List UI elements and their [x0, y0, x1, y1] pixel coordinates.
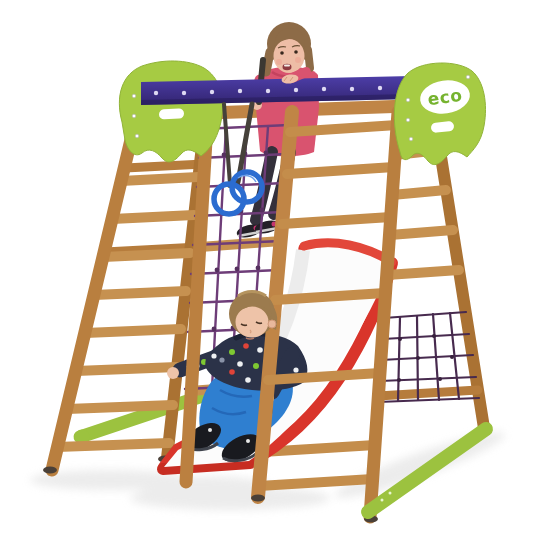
- net-frame-bar: [378, 390, 478, 396]
- jacket-pattern-dot: [253, 363, 259, 369]
- rivet: [322, 87, 326, 91]
- rivet: [154, 91, 158, 95]
- net-knot: [264, 151, 269, 156]
- ladder-rung: [57, 443, 169, 447]
- jacket-pattern-dot: [293, 367, 298, 372]
- boy-face: [236, 307, 269, 338]
- eco-badge: eco: [394, 63, 485, 165]
- screw: [406, 118, 410, 122]
- panel-handle-hole: [159, 108, 184, 119]
- net-knot: [450, 355, 454, 359]
- jacket-pattern-dot: [237, 361, 243, 367]
- ear: [268, 320, 276, 328]
- teeth: [284, 65, 290, 67]
- ladder-rung: [392, 190, 446, 195]
- girl-head: [266, 22, 311, 73]
- hair-lock: [266, 52, 270, 72]
- net-knot: [398, 337, 402, 341]
- net-rope: [384, 312, 466, 318]
- net-knot: [222, 153, 227, 158]
- net-knot: [212, 327, 217, 332]
- screenshot-root: eco: [0, 0, 550, 550]
- screw: [132, 94, 136, 98]
- green-panel-right: [394, 63, 485, 165]
- rivet: [378, 86, 382, 90]
- ladder-rung: [76, 367, 177, 371]
- jacket-pattern-dot: [229, 369, 235, 375]
- net-knot: [438, 377, 442, 381]
- ladder-rung: [121, 177, 198, 181]
- rivet: [294, 88, 298, 92]
- rivet: [238, 89, 242, 93]
- net-knot: [235, 267, 240, 272]
- net-rope: [380, 377, 476, 381]
- ladder-rung: [103, 253, 190, 257]
- ladder-rung: [94, 291, 186, 295]
- hair-lock: [308, 50, 310, 68]
- ladder-rung: [290, 125, 397, 132]
- jacket-pattern-dot: [229, 349, 235, 355]
- ladder-rung: [275, 293, 385, 300]
- jacket-pattern-dot: [245, 377, 251, 383]
- depth-bar: [125, 164, 204, 168]
- eye: [294, 50, 298, 54]
- jacket-pattern-dot: [211, 353, 216, 358]
- foot-cap: [251, 495, 265, 502]
- screw: [135, 134, 139, 138]
- jacket-pattern-dot: [243, 343, 249, 349]
- ladder-rung: [67, 405, 173, 409]
- foot-cap: [43, 467, 57, 474]
- jacket-pattern-dot: [257, 347, 263, 353]
- net-knot: [397, 378, 401, 382]
- net-rope: [381, 355, 473, 360]
- ladder-rung: [287, 167, 394, 174]
- shoe-dot: [208, 428, 212, 432]
- screw: [409, 137, 413, 141]
- ladder-rung: [259, 479, 373, 486]
- shadow: [130, 476, 270, 494]
- screw: [381, 499, 384, 502]
- ladder-rung: [282, 217, 391, 224]
- ladder-rung: [112, 215, 194, 219]
- net-knot: [260, 208, 265, 213]
- cheek: [295, 57, 301, 63]
- rivet: [350, 87, 354, 91]
- net-knot: [416, 356, 420, 360]
- eye: [280, 51, 284, 55]
- net-rope: [383, 334, 469, 339]
- jacket-pattern-dot: [219, 357, 224, 362]
- ladder-rung: [268, 373, 380, 380]
- cheek: [276, 59, 282, 65]
- screw: [466, 75, 470, 79]
- shoe-dot: [246, 439, 250, 443]
- rivet: [266, 89, 270, 93]
- ladder-rung: [390, 230, 453, 235]
- screw: [406, 98, 410, 102]
- screw: [389, 492, 392, 495]
- ladder-rung: [387, 270, 459, 275]
- screw: [132, 114, 136, 118]
- ladder-rung: [85, 329, 181, 333]
- net-knot: [432, 334, 436, 338]
- net-knot: [215, 268, 220, 273]
- boy-hand: [167, 367, 179, 379]
- play-gym-photo: eco: [0, 0, 550, 550]
- rivet: [182, 91, 186, 95]
- net-knot: [256, 266, 261, 271]
- rivet: [210, 90, 214, 94]
